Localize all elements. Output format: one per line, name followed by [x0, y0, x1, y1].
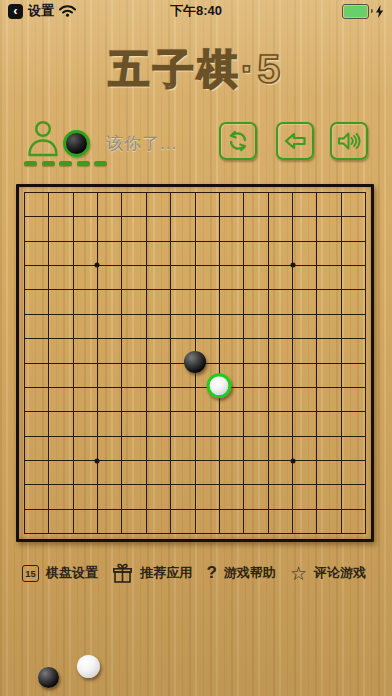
dash	[94, 161, 107, 166]
board-cell[interactable]	[49, 217, 73, 241]
board-cell[interactable]	[74, 242, 98, 266]
star-point	[95, 458, 100, 463]
board-cell[interactable]	[25, 290, 49, 314]
board-cell[interactable]	[122, 193, 146, 217]
game-board	[16, 184, 374, 542]
board-settings-button[interactable]: 15 棋盘设置	[22, 564, 98, 582]
board-cell[interactable]	[147, 266, 171, 290]
board-cell[interactable]	[98, 437, 122, 461]
star-point	[95, 263, 100, 268]
board-cell[interactable]	[25, 315, 49, 339]
turn-underline	[24, 161, 107, 166]
board-cell[interactable]	[317, 339, 341, 363]
back-arrow-icon	[283, 129, 307, 153]
board-cell[interactable]	[171, 485, 195, 509]
star-point	[290, 263, 295, 268]
board-cell[interactable]	[49, 510, 73, 534]
board-cell[interactable]	[25, 412, 49, 436]
board-cell[interactable]	[98, 242, 122, 266]
app-screen: ‹ 设置 下午8:40 五子棋·5	[0, 0, 392, 696]
board-cell[interactable]	[244, 242, 268, 266]
board-cell[interactable]	[342, 412, 366, 436]
board-cell[interactable]	[293, 339, 317, 363]
board-cell[interactable]	[269, 315, 293, 339]
board-cell[interactable]	[49, 290, 73, 314]
board-cell[interactable]	[196, 485, 220, 509]
board-cell[interactable]	[122, 339, 146, 363]
board-cell[interactable]	[269, 266, 293, 290]
board-cell[interactable]	[244, 461, 268, 485]
board-cell[interactable]	[74, 485, 98, 509]
board-cell[interactable]	[220, 217, 244, 241]
board-cell[interactable]	[317, 485, 341, 509]
board-cell[interactable]	[342, 290, 366, 314]
board-cell[interactable]	[122, 217, 146, 241]
board-cell[interactable]	[147, 242, 171, 266]
board-cell[interactable]	[317, 266, 341, 290]
white-stone-last-move	[207, 374, 232, 399]
board-cell[interactable]	[196, 461, 220, 485]
board-cell[interactable]	[196, 437, 220, 461]
board-cell[interactable]	[317, 412, 341, 436]
board-cell[interactable]	[293, 388, 317, 412]
board-cell[interactable]	[342, 266, 366, 290]
undo-button[interactable]	[276, 122, 314, 160]
charging-bolt-icon	[375, 5, 384, 18]
board-cell[interactable]	[74, 510, 98, 534]
board-cell[interactable]	[122, 437, 146, 461]
board-cell[interactable]	[25, 339, 49, 363]
board-cell[interactable]	[244, 364, 268, 388]
dash	[59, 161, 72, 166]
board-cell[interactable]	[269, 242, 293, 266]
board-cell[interactable]	[147, 412, 171, 436]
refresh-icon	[226, 129, 250, 153]
board-cell[interactable]	[293, 193, 317, 217]
board-cell[interactable]	[196, 266, 220, 290]
board-cell[interactable]	[98, 412, 122, 436]
star-outline-icon: ☆	[290, 564, 307, 583]
app-title: 五子棋·5	[0, 42, 392, 97]
board-cell[interactable]	[196, 242, 220, 266]
board-cell[interactable]	[220, 485, 244, 509]
board-cell[interactable]	[147, 217, 171, 241]
board-cell[interactable]	[98, 339, 122, 363]
board-cell[interactable]	[147, 364, 171, 388]
board-cell[interactable]	[25, 193, 49, 217]
board-cell[interactable]	[342, 485, 366, 509]
board-cell[interactable]	[293, 290, 317, 314]
board-cell[interactable]	[342, 217, 366, 241]
board-cell[interactable]	[196, 315, 220, 339]
board-cell[interactable]	[220, 437, 244, 461]
board-cell[interactable]	[49, 339, 73, 363]
board-cell[interactable]	[49, 437, 73, 461]
current-player-stone-indicator	[63, 130, 90, 157]
turn-status-text: 该你了...	[106, 132, 177, 155]
board-cell[interactable]	[342, 461, 366, 485]
question-mark-icon: ?	[206, 563, 216, 583]
board-cell[interactable]	[171, 461, 195, 485]
board-cell[interactable]	[122, 461, 146, 485]
board-cell[interactable]	[147, 315, 171, 339]
game-help-label: 游戏帮助	[224, 564, 276, 582]
board-cell[interactable]	[171, 510, 195, 534]
board-cell[interactable]	[147, 485, 171, 509]
restart-button[interactable]	[219, 122, 257, 160]
board-cell[interactable]	[98, 193, 122, 217]
board-cell[interactable]	[147, 290, 171, 314]
board-cell[interactable]	[342, 339, 366, 363]
star-point	[290, 458, 295, 463]
rate-game-button[interactable]: ☆ 评论游戏	[290, 564, 366, 583]
board-cell[interactable]	[293, 242, 317, 266]
board-cell[interactable]	[49, 242, 73, 266]
board-cell[interactable]	[293, 412, 317, 436]
board-cell[interactable]	[122, 315, 146, 339]
board-cell[interactable]	[342, 193, 366, 217]
board-cell[interactable]	[171, 193, 195, 217]
bottom-toolbar: 15 棋盘设置 推荐应用 ? 游戏帮助 ☆ 评论游戏	[0, 558, 392, 588]
board-cell[interactable]	[74, 461, 98, 485]
board-cell[interactable]	[74, 388, 98, 412]
board-cell[interactable]	[269, 290, 293, 314]
board-cell[interactable]	[220, 510, 244, 534]
board-cell[interactable]	[171, 217, 195, 241]
board-cell[interactable]	[342, 364, 366, 388]
decorative-white-stone	[77, 655, 100, 678]
board-cell[interactable]	[171, 315, 195, 339]
board-cell[interactable]	[317, 388, 341, 412]
board-cell[interactable]	[171, 437, 195, 461]
board-cell[interactable]	[220, 412, 244, 436]
board-cell[interactable]	[317, 315, 341, 339]
board-cell[interactable]	[171, 412, 195, 436]
board-cell[interactable]	[98, 315, 122, 339]
board-cell[interactable]	[25, 266, 49, 290]
board-cell[interactable]	[342, 315, 366, 339]
board-size-box-icon: 15	[22, 565, 39, 582]
battery-icon	[342, 4, 369, 19]
board-cell[interactable]	[49, 388, 73, 412]
board-cell[interactable]	[317, 193, 341, 217]
black-stone	[184, 351, 206, 373]
board-cell[interactable]	[244, 388, 268, 412]
board-cell[interactable]	[196, 510, 220, 534]
board-cell[interactable]	[122, 266, 146, 290]
board-cell[interactable]	[317, 242, 341, 266]
board-cell[interactable]	[317, 217, 341, 241]
back-to-app-label[interactable]: 设置	[28, 2, 54, 20]
board-cell[interactable]	[49, 266, 73, 290]
board-cell[interactable]	[49, 193, 73, 217]
board-cell[interactable]	[98, 217, 122, 241]
board-cell[interactable]	[74, 437, 98, 461]
board-cell[interactable]	[74, 266, 98, 290]
board-cell[interactable]	[293, 461, 317, 485]
dash	[77, 161, 90, 166]
board-cell[interactable]	[293, 485, 317, 509]
recommended-apps-button[interactable]: 推荐应用	[112, 563, 192, 584]
board-cell[interactable]	[147, 510, 171, 534]
game-help-button[interactable]: ? 游戏帮助	[206, 563, 275, 583]
board-cell[interactable]	[342, 510, 366, 534]
board-cell[interactable]	[244, 339, 268, 363]
board-cell[interactable]	[244, 437, 268, 461]
board-cell[interactable]	[25, 242, 49, 266]
board-cell[interactable]	[220, 193, 244, 217]
board-cell[interactable]	[25, 437, 49, 461]
board-cell[interactable]	[122, 510, 146, 534]
board-cell[interactable]	[147, 437, 171, 461]
board-cell[interactable]	[317, 461, 341, 485]
board-cell[interactable]	[49, 315, 73, 339]
board-cell[interactable]	[269, 412, 293, 436]
board-cell[interactable]	[220, 461, 244, 485]
board-cell[interactable]	[25, 510, 49, 534]
board-settings-label: 棋盘设置	[46, 564, 98, 582]
board-inner	[24, 192, 366, 534]
board-cell[interactable]	[122, 388, 146, 412]
board-cell[interactable]	[98, 388, 122, 412]
board-cell[interactable]	[98, 485, 122, 509]
board-cell[interactable]	[317, 437, 341, 461]
player-icon	[27, 120, 59, 158]
decorative-black-stone	[38, 667, 59, 688]
board-cell[interactable]	[342, 437, 366, 461]
board-cell[interactable]	[293, 364, 317, 388]
board-cell[interactable]	[244, 266, 268, 290]
board-cell[interactable]	[98, 461, 122, 485]
board-cell[interactable]	[74, 290, 98, 314]
board-cell[interactable]	[269, 485, 293, 509]
board-cell[interactable]	[293, 510, 317, 534]
board-cell[interactable]	[196, 217, 220, 241]
board-cell[interactable]	[171, 242, 195, 266]
board-cell[interactable]	[293, 437, 317, 461]
chevron-left-icon: ‹	[13, 4, 17, 17]
board-cell[interactable]	[74, 193, 98, 217]
board-cell[interactable]	[269, 388, 293, 412]
board-cell[interactable]	[74, 339, 98, 363]
gift-icon	[112, 563, 133, 584]
board-cell[interactable]	[244, 510, 268, 534]
battery-fill	[344, 6, 367, 17]
board-cell[interactable]	[220, 242, 244, 266]
sound-button[interactable]	[330, 122, 368, 160]
board-cell[interactable]	[74, 315, 98, 339]
board-cell[interactable]	[269, 461, 293, 485]
board-cell[interactable]	[196, 290, 220, 314]
board-cell[interactable]	[244, 193, 268, 217]
dash	[24, 161, 37, 166]
board-cell[interactable]	[49, 412, 73, 436]
board-cell[interactable]	[317, 290, 341, 314]
board-cell[interactable]	[269, 339, 293, 363]
back-to-app-button[interactable]: ‹	[8, 4, 23, 19]
rate-game-label: 评论游戏	[314, 564, 366, 582]
board-cell[interactable]	[293, 266, 317, 290]
board-cell[interactable]	[171, 388, 195, 412]
board-cell[interactable]	[269, 217, 293, 241]
board-cell[interactable]	[220, 339, 244, 363]
board-cell[interactable]	[147, 461, 171, 485]
board-cell[interactable]	[244, 485, 268, 509]
board-cell[interactable]	[342, 388, 366, 412]
status-bar: ‹ 设置 下午8:40	[0, 0, 392, 22]
board-cell[interactable]	[122, 242, 146, 266]
board-cell[interactable]	[244, 315, 268, 339]
board-cell[interactable]	[74, 217, 98, 241]
board-cell[interactable]	[98, 364, 122, 388]
board-cell[interactable]	[269, 364, 293, 388]
board-cell[interactable]	[293, 315, 317, 339]
board-cell[interactable]	[244, 290, 268, 314]
board-cell[interactable]	[25, 388, 49, 412]
board-cell[interactable]	[25, 461, 49, 485]
board-cell[interactable]	[269, 193, 293, 217]
board-cell[interactable]	[293, 217, 317, 241]
battery-nub	[371, 9, 373, 13]
board-cell[interactable]	[98, 290, 122, 314]
board-cell[interactable]	[147, 193, 171, 217]
board-cell[interactable]	[25, 364, 49, 388]
board-cell[interactable]	[220, 290, 244, 314]
board-cell[interactable]	[171, 266, 195, 290]
board-cell[interactable]	[122, 364, 146, 388]
board-cell[interactable]	[317, 510, 341, 534]
board-cell[interactable]	[342, 242, 366, 266]
board-cell[interactable]	[269, 510, 293, 534]
board-cell[interactable]	[49, 364, 73, 388]
board-cell[interactable]	[74, 412, 98, 436]
board-cell[interactable]	[196, 193, 220, 217]
board-cell[interactable]	[98, 266, 122, 290]
board-cell[interactable]	[25, 217, 49, 241]
board-cell[interactable]	[147, 388, 171, 412]
board-cell[interactable]	[74, 364, 98, 388]
board-cell[interactable]	[317, 364, 341, 388]
recommended-apps-label: 推荐应用	[140, 564, 192, 582]
board-cell[interactable]	[171, 290, 195, 314]
board-cell[interactable]	[147, 339, 171, 363]
board-cell[interactable]	[244, 412, 268, 436]
board-cell[interactable]	[122, 412, 146, 436]
board-cell[interactable]	[98, 510, 122, 534]
board-cell[interactable]	[122, 290, 146, 314]
board-cell[interactable]	[220, 266, 244, 290]
board-cell[interactable]	[220, 315, 244, 339]
board-cell[interactable]	[49, 461, 73, 485]
wifi-icon	[59, 5, 76, 17]
board-cell[interactable]	[269, 437, 293, 461]
board-cell[interactable]	[122, 485, 146, 509]
board-cell[interactable]	[25, 485, 49, 509]
speaker-icon	[336, 129, 362, 153]
board-cell[interactable]	[244, 217, 268, 241]
board-cell[interactable]	[196, 412, 220, 436]
dash	[42, 161, 55, 166]
board-cell[interactable]	[49, 485, 73, 509]
